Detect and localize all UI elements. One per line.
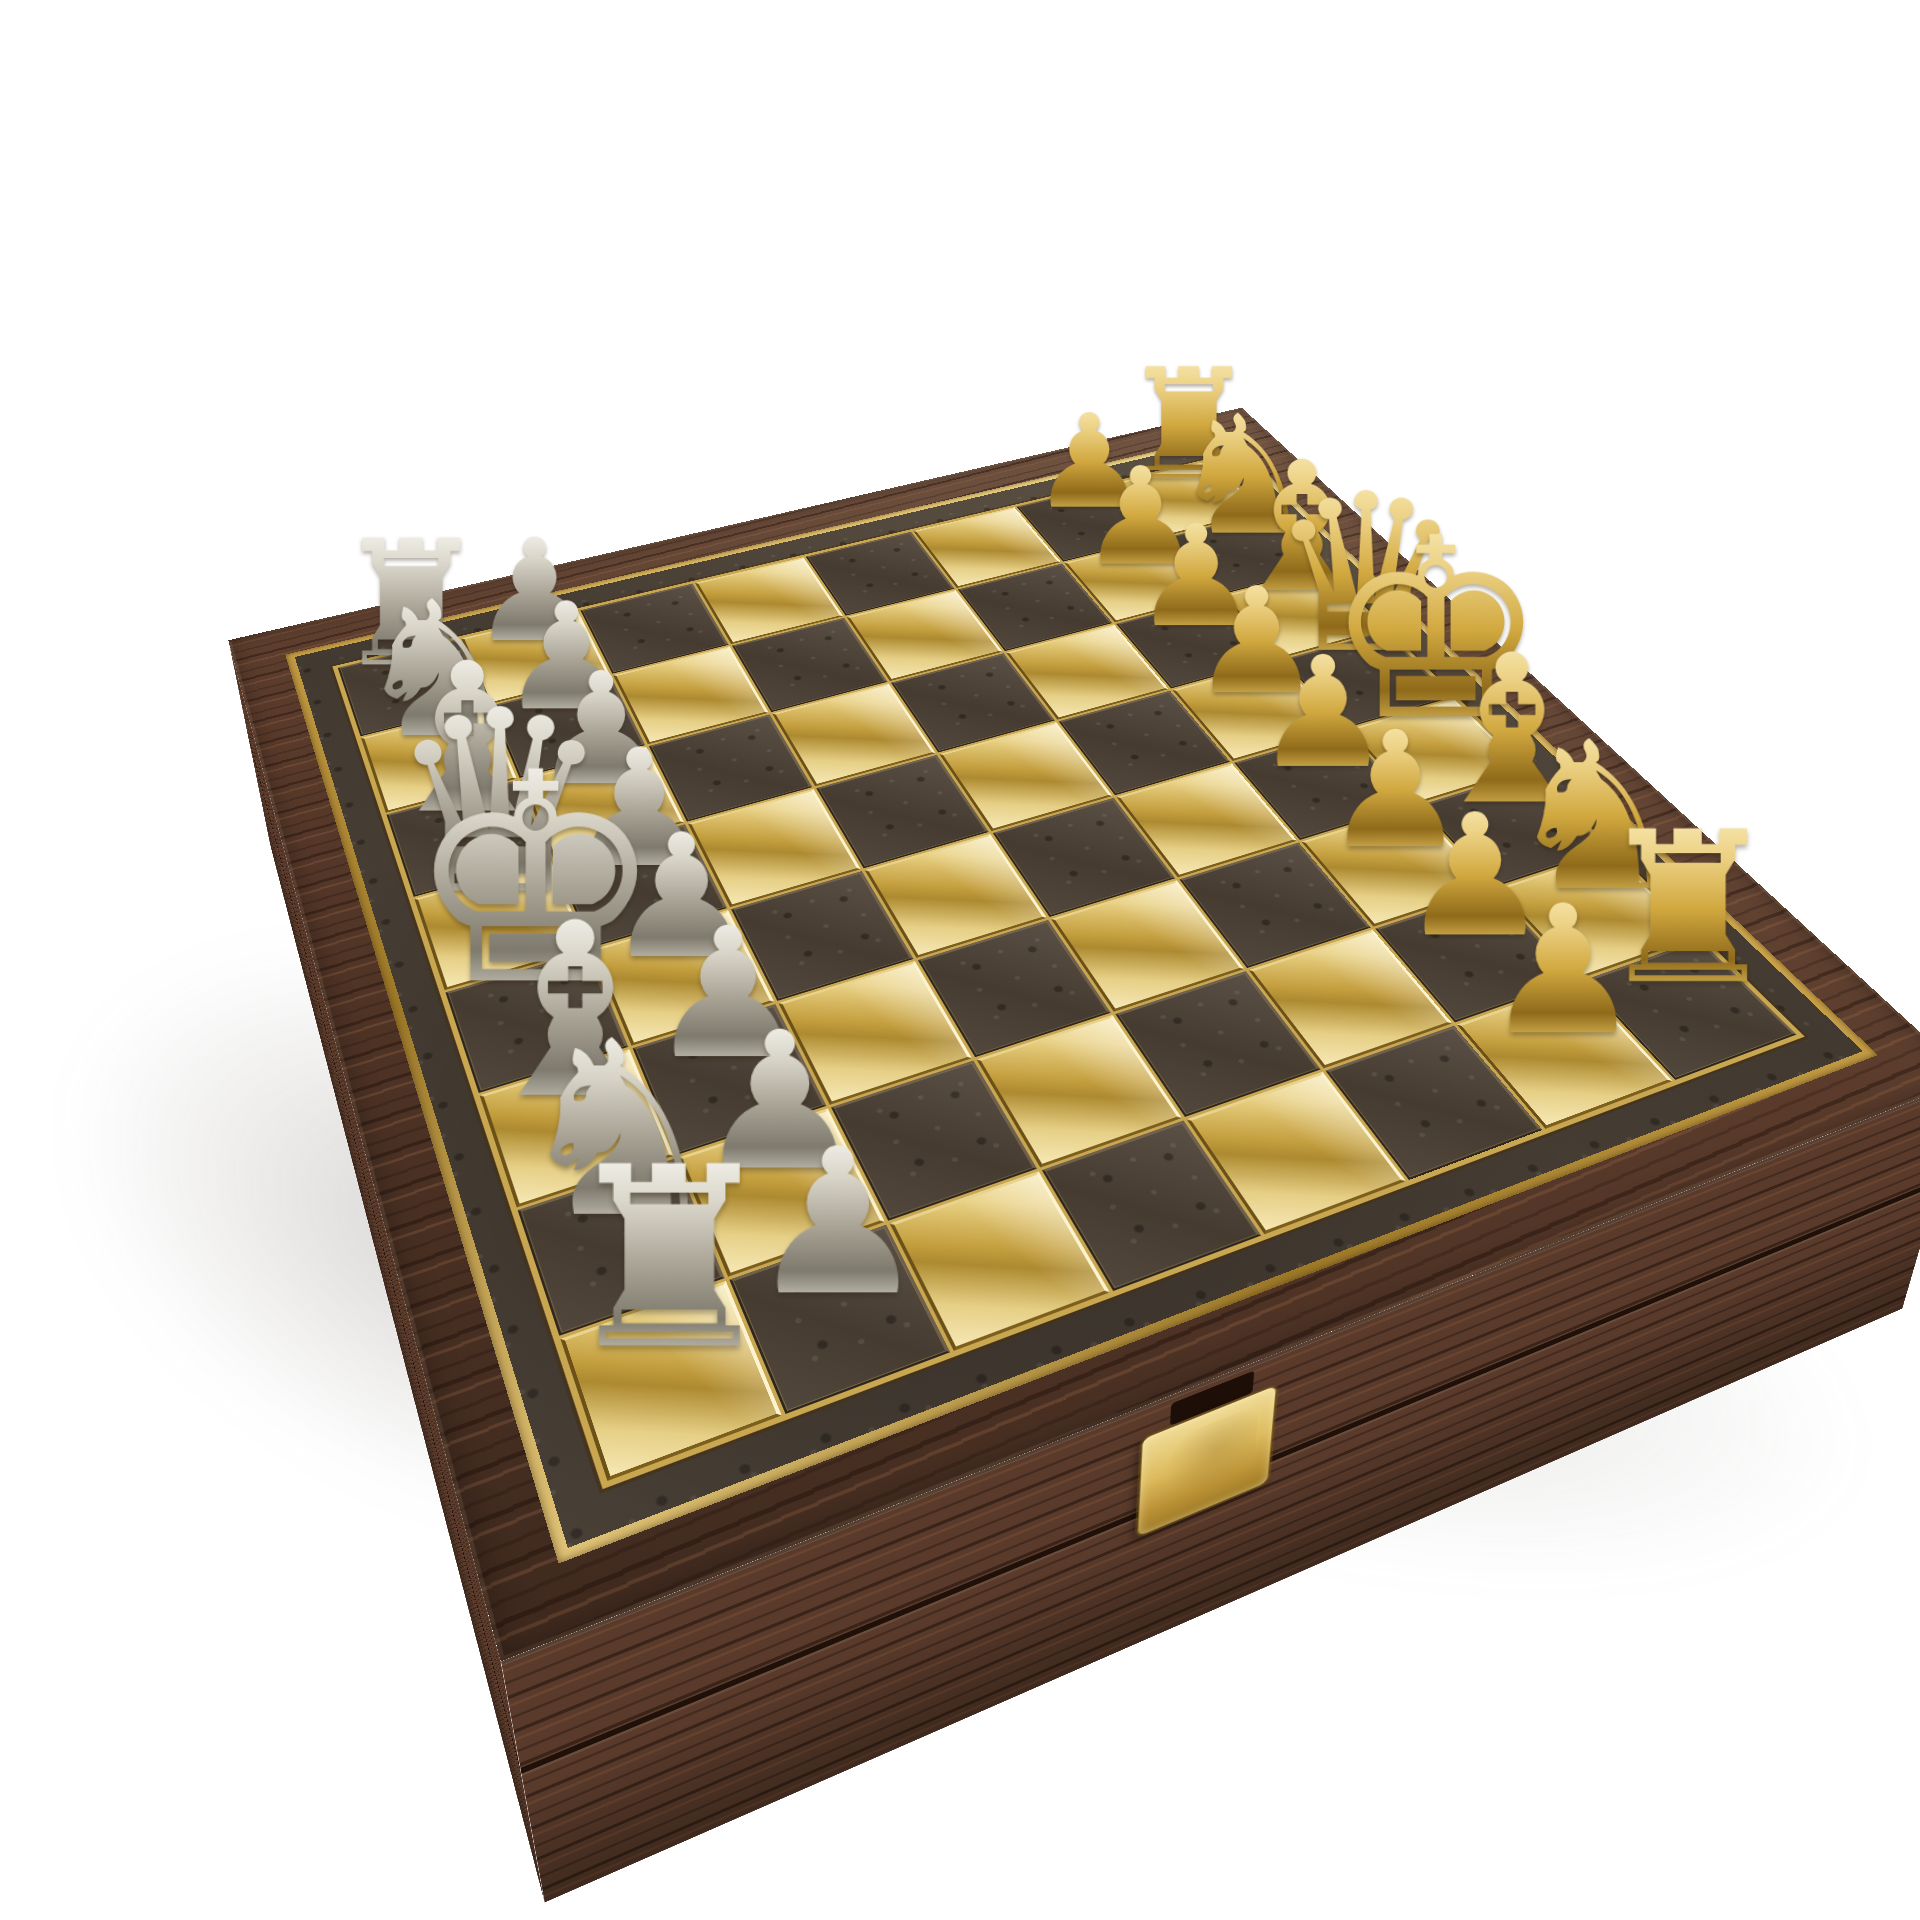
- square-h1[interactable]: ♜: [560, 1281, 782, 1481]
- wooden-chess-case: ♜♞♝♛♚♝♞♜♟♟♟♟♟♟♟♟♟♟♟♟♟♟♟♟♜♞♝♛♚♝♞♜: [228, 408, 1920, 1662]
- photo-stage: ♜♞♝♛♚♝♞♜♟♟♟♟♟♟♟♟♟♟♟♟♟♟♟♟♜♞♝♛♚♝♞♜: [0, 0, 1920, 1920]
- chess-set-scene: ♜♞♝♛♚♝♞♜♟♟♟♟♟♟♟♟♟♟♟♟♟♟♟♟♜♞♝♛♚♝♞♜: [0, 0, 1920, 1920]
- square-g5[interactable]: [1116, 971, 1321, 1117]
- silver-rook-icon: ♜: [557, 1135, 781, 1385]
- gold-pawn-icon: ♟: [1483, 881, 1643, 1059]
